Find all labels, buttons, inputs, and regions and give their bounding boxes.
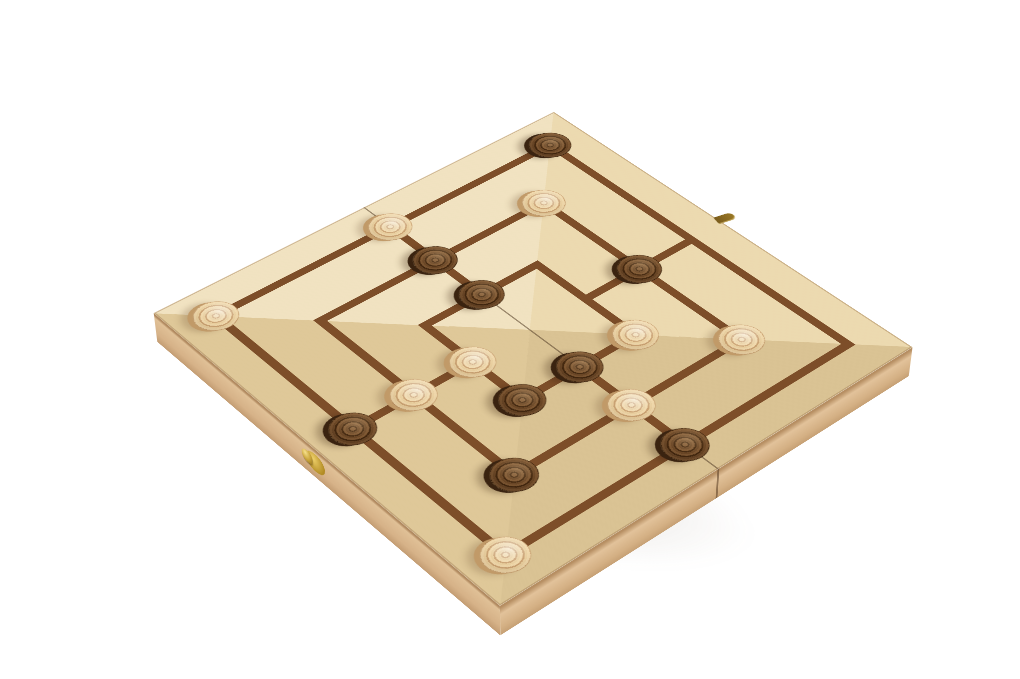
board-surface — [154, 112, 913, 606]
piece-light-b6[interactable] — [513, 185, 575, 222]
piece-light-a1[interactable] — [184, 295, 249, 337]
piece-light-d3[interactable] — [440, 340, 506, 383]
piece-dark-f2[interactable] — [479, 451, 549, 499]
brass-catch-hook[interactable] — [713, 212, 737, 224]
piece-light-a4[interactable] — [359, 208, 421, 246]
point-a7[interactable] — [502, 117, 598, 173]
piece-light-e5[interactable] — [603, 314, 669, 356]
point-b6[interactable] — [494, 174, 593, 234]
point-d3[interactable] — [419, 328, 526, 398]
piece-dark-e4[interactable] — [546, 345, 613, 389]
point-f6[interactable] — [689, 306, 795, 374]
piece-dark-a7[interactable] — [520, 128, 580, 163]
board-grid — [164, 117, 902, 597]
brass-clasp-knob[interactable] — [301, 446, 312, 466]
connector-line-bottom — [350, 359, 476, 431]
piece-dark-d1[interactable] — [319, 406, 387, 452]
piece-dark-g4[interactable] — [650, 421, 719, 468]
point-b2[interactable] — [268, 288, 372, 355]
piece-light-d2[interactable] — [380, 373, 447, 418]
point-d2[interactable] — [360, 360, 468, 432]
point-f4[interactable] — [577, 369, 686, 442]
point-e3[interactable] — [468, 364, 577, 436]
piece-light-g1[interactable] — [469, 529, 542, 581]
piece-light-f6[interactable] — [709, 318, 775, 360]
piece-light-f4[interactable] — [598, 383, 666, 428]
connector-line-right — [576, 365, 689, 447]
piece-dark-e3[interactable] — [489, 378, 557, 423]
morris-board — [154, 112, 913, 606]
piece-dark-b4[interactable] — [404, 241, 467, 280]
piece-dark-c4[interactable] — [450, 274, 514, 315]
scene — [0, 0, 1020, 679]
piece-dark-d6[interactable] — [608, 249, 672, 289]
point-f2[interactable] — [458, 437, 571, 514]
point-e4[interactable] — [526, 332, 633, 402]
